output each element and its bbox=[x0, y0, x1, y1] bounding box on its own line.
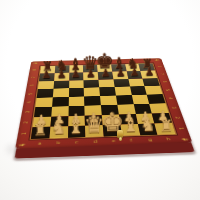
piece-white-knight[interactable]: ♞ bbox=[140, 117, 156, 135]
rank-label-right: 8 bbox=[157, 66, 162, 68]
square-e5[interactable] bbox=[99, 87, 115, 96]
square-h1[interactable]: ♜ bbox=[155, 123, 176, 135]
rank-label-right: 1 bbox=[178, 127, 184, 129]
square-c1[interactable]: ♝ bbox=[67, 126, 85, 138]
file-label-front: d bbox=[93, 139, 97, 143]
piece-black-pawn[interactable]: ♟ bbox=[86, 68, 96, 79]
piece-white-rook[interactable]: ♜ bbox=[159, 118, 173, 134]
file-label-back: a bbox=[47, 62, 50, 64]
file-label-back: e bbox=[102, 61, 105, 63]
file-label-front: h bbox=[166, 137, 171, 141]
square-d5[interactable] bbox=[84, 87, 100, 96]
corner-ornament-icon: ❧ bbox=[32, 62, 38, 66]
square-a1[interactable]: ♜ bbox=[31, 127, 50, 139]
file-label-front: f bbox=[130, 138, 133, 142]
rank-label-left: 6 bbox=[29, 84, 34, 86]
file-label-front: e bbox=[111, 139, 115, 143]
file-label-front: a bbox=[38, 141, 42, 145]
rank-label-right: 5 bbox=[165, 89, 170, 91]
square-b6[interactable] bbox=[53, 80, 69, 88]
rank-label-right: 2 bbox=[174, 116, 180, 118]
square-f7[interactable]: ♟ bbox=[112, 71, 128, 79]
chess-board: ♜♞♝♛♚♝♞♜♟♟♟♟♟♟♟♟♟♟♟♟♟♟♟♟♜♞♝♛♚♝♞♜ bbox=[31, 63, 176, 138]
file-label-back: h bbox=[143, 60, 146, 62]
piece-black-pawn[interactable]: ♟ bbox=[101, 68, 111, 79]
square-d4[interactable] bbox=[84, 96, 101, 106]
corner-ornament-icon: ❧ bbox=[18, 141, 27, 147]
file-label-front: c bbox=[75, 140, 78, 144]
square-e4[interactable] bbox=[100, 96, 117, 106]
corner-ornament-icon: ❧ bbox=[180, 136, 190, 142]
square-g6[interactable] bbox=[128, 78, 145, 86]
file-label-back: d bbox=[89, 61, 92, 63]
clasp-knob bbox=[119, 137, 122, 141]
chess-set-photo: ❧ ❧ ❧ ❧ ♜♞♝♛♚♝♞♜♟♟♟♟♟♟♟♟♟♟♟♟♟♟♟♟♜♞♝♛♚♝♞♜… bbox=[0, 0, 200, 200]
piece-black-pawn[interactable]: ♟ bbox=[130, 67, 140, 78]
corner-ornament-icon: ❧ bbox=[154, 59, 161, 63]
rank-label-left: 5 bbox=[28, 93, 33, 95]
square-b1[interactable]: ♞ bbox=[49, 126, 68, 138]
square-g1[interactable]: ♞ bbox=[137, 124, 157, 136]
chess-box-frame: ❧ ❧ ❧ ❧ ♜♞♝♛♚♝♞♜♟♟♟♟♟♟♟♟♟♟♟♟♟♟♟♟♜♞♝♛♚♝♞♜… bbox=[15, 58, 192, 149]
piece-black-pawn[interactable]: ♟ bbox=[71, 69, 81, 80]
piece-white-bishop[interactable]: ♝ bbox=[67, 117, 85, 137]
square-b5[interactable] bbox=[53, 88, 69, 97]
file-label-back: g bbox=[130, 60, 133, 62]
piece-white-bishop[interactable]: ♝ bbox=[121, 115, 139, 135]
square-f1[interactable]: ♝ bbox=[120, 124, 140, 136]
piece-black-pawn[interactable]: ♟ bbox=[41, 69, 51, 80]
rank-label-right: 3 bbox=[171, 107, 177, 109]
square-c4[interactable] bbox=[68, 96, 84, 106]
file-label-back: b bbox=[61, 62, 64, 64]
square-b4[interactable] bbox=[52, 97, 69, 107]
rank-label-left: 1 bbox=[21, 132, 27, 134]
file-label-back: c bbox=[75, 62, 77, 64]
square-f5[interactable] bbox=[114, 87, 131, 96]
rank-label-right: 4 bbox=[168, 97, 174, 99]
square-b7[interactable]: ♟ bbox=[54, 73, 69, 81]
file-label-back: f bbox=[116, 61, 118, 63]
rank-label-right: 7 bbox=[159, 73, 164, 75]
piece-black-pawn[interactable]: ♟ bbox=[115, 68, 125, 79]
piece-black-pawn[interactable]: ♟ bbox=[145, 67, 155, 78]
rank-label-left: 8 bbox=[32, 69, 37, 71]
file-label-front: g bbox=[148, 137, 153, 141]
rank-label-left: 4 bbox=[26, 102, 31, 104]
file-label-front: b bbox=[56, 141, 60, 145]
rank-label-right: 6 bbox=[162, 81, 167, 83]
rank-label-left: 7 bbox=[31, 77, 36, 79]
square-d6[interactable] bbox=[84, 79, 100, 87]
square-h4[interactable] bbox=[147, 94, 165, 103]
piece-black-pawn[interactable]: ♟ bbox=[56, 69, 66, 80]
rank-label-left: 2 bbox=[23, 121, 29, 123]
square-a6[interactable] bbox=[38, 81, 54, 90]
piece-white-rook[interactable]: ♜ bbox=[33, 122, 48, 138]
rank-label-left: 3 bbox=[24, 111, 30, 113]
piece-white-knight[interactable]: ♞ bbox=[50, 120, 66, 138]
square-h5[interactable] bbox=[145, 86, 163, 95]
